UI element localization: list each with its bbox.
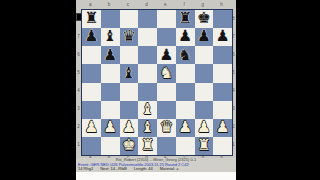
square-b4[interactable] <box>101 83 120 101</box>
square-a4[interactable] <box>82 83 101 101</box>
square-b1[interactable] <box>101 137 120 155</box>
square-e2[interactable]: ♛ <box>157 119 176 137</box>
piece-br-a8[interactable]: ♜ <box>82 10 101 28</box>
square-a6[interactable] <box>82 46 101 64</box>
piece-wp-a2[interactable]: ♟ <box>82 119 101 137</box>
square-a5[interactable] <box>82 64 101 82</box>
piece-wb-d2[interactable]: ♝ <box>138 119 157 137</box>
piece-bp-b6[interactable]: ♟ <box>101 46 120 64</box>
piece-wr-g1[interactable]: ♜ <box>195 137 214 155</box>
square-b3[interactable] <box>101 101 120 119</box>
file-labels-top: abcdefgh <box>81 2 231 7</box>
square-d1[interactable]: ♜ <box>138 137 157 155</box>
square-d3[interactable]: ♝ <box>138 101 157 119</box>
square-c5[interactable]: ♝ <box>120 64 139 82</box>
piece-wq-e2[interactable]: ♛ <box>157 119 176 137</box>
square-g6[interactable] <box>195 46 214 64</box>
square-e1[interactable] <box>157 137 176 155</box>
square-c1[interactable]: ♚ <box>120 137 139 155</box>
square-h1[interactable] <box>213 137 232 155</box>
square-f3[interactable] <box>176 101 195 119</box>
square-a1[interactable] <box>82 137 101 155</box>
square-g3[interactable] <box>195 101 214 119</box>
file-label-h: h <box>212 2 231 7</box>
file-label-c: c <box>119 2 138 7</box>
square-g4[interactable] <box>195 83 214 101</box>
file-label-f: f <box>175 2 194 7</box>
chess-viewer-panel: abcdefgh 7654321 87654321 ♜♜♚♟♝♛♟♟♟♟♟♞♝♞… <box>76 0 236 180</box>
square-b6[interactable]: ♟ <box>101 46 120 64</box>
file-label-e: e <box>156 2 175 7</box>
square-h5[interactable] <box>213 64 232 82</box>
square-f6[interactable]: ♞ <box>176 46 195 64</box>
chess-board[interactable]: ♜♜♚♟♝♛♟♟♟♟♟♞♝♞♝♟♟♟♝♛♟♟♟♚♜♜ <box>81 9 233 156</box>
square-d7[interactable] <box>138 28 157 46</box>
file-label-d: d <box>137 2 156 7</box>
piece-bp-g7[interactable]: ♟ <box>195 28 214 46</box>
square-a7[interactable]: ♟ <box>82 28 101 46</box>
piece-wb-d3[interactable]: ♝ <box>138 101 157 119</box>
piece-bq-c7[interactable]: ♛ <box>120 28 139 46</box>
square-f5[interactable] <box>176 64 195 82</box>
square-c2[interactable]: ♟ <box>120 119 139 137</box>
square-f2[interactable]: ♟ <box>176 119 195 137</box>
piece-wn-e5[interactable]: ♞ <box>157 64 176 82</box>
piece-wp-f2[interactable]: ♟ <box>176 119 195 137</box>
piece-bp-h7[interactable]: ♟ <box>213 28 232 46</box>
square-e6[interactable]: ♟ <box>157 46 176 64</box>
square-d5[interactable] <box>138 64 157 82</box>
square-g5[interactable] <box>195 64 214 82</box>
video-frame: abcdefgh 7654321 87654321 ♜♜♚♟♝♛♟♟♟♟♟♞♝♞… <box>0 0 320 180</box>
square-a2[interactable]: ♟ <box>82 119 101 137</box>
square-g1[interactable]: ♜ <box>195 137 214 155</box>
square-b8[interactable] <box>101 10 120 28</box>
square-h3[interactable] <box>213 101 232 119</box>
file-label-a: a <box>81 2 100 7</box>
square-c7[interactable]: ♛ <box>120 28 139 46</box>
square-d4[interactable] <box>138 83 157 101</box>
square-f1[interactable] <box>176 137 195 155</box>
square-c4[interactable] <box>120 83 139 101</box>
square-c8[interactable] <box>120 10 139 28</box>
square-h6[interactable] <box>213 46 232 64</box>
piece-wp-h2[interactable]: ♟ <box>213 119 232 137</box>
square-g7[interactable]: ♟ <box>195 28 214 46</box>
square-c6[interactable] <box>120 46 139 64</box>
piece-bb-b7[interactable]: ♝ <box>101 28 120 46</box>
file-label-b: b <box>100 2 119 7</box>
square-b2[interactable]: ♟ <box>101 119 120 137</box>
caption-area: Ris_Robert (2310) -- Meier_Georg (2325) … <box>76 158 236 172</box>
square-e4[interactable] <box>157 83 176 101</box>
square-h2[interactable]: ♟ <box>213 119 232 137</box>
square-d2[interactable]: ♝ <box>138 119 157 137</box>
square-f7[interactable]: ♟ <box>176 28 195 46</box>
piece-wk-c1[interactable]: ♚ <box>120 137 139 155</box>
square-b5[interactable] <box>101 64 120 82</box>
piece-wp-b2[interactable]: ♟ <box>101 119 120 137</box>
piece-bn-f6[interactable]: ♞ <box>176 46 195 64</box>
piece-bp-f7[interactable]: ♟ <box>176 28 195 46</box>
piece-wp-c2[interactable]: ♟ <box>120 119 139 137</box>
square-g2[interactable]: ♟ <box>195 119 214 137</box>
bottom-strip <box>76 172 236 180</box>
square-e8[interactable] <box>157 10 176 28</box>
square-e7[interactable] <box>157 28 176 46</box>
square-e3[interactable] <box>157 101 176 119</box>
square-d8[interactable] <box>138 10 157 28</box>
square-d6[interactable] <box>138 46 157 64</box>
square-g8[interactable]: ♚ <box>195 10 214 28</box>
square-b7[interactable]: ♝ <box>101 28 120 46</box>
square-e5[interactable]: ♞ <box>157 64 176 82</box>
file-label-g: g <box>194 2 213 7</box>
square-a3[interactable] <box>82 101 101 119</box>
piece-bp-e6[interactable]: ♟ <box>157 46 176 64</box>
square-h7[interactable]: ♟ <box>213 28 232 46</box>
piece-wp-g2[interactable]: ♟ <box>195 119 214 137</box>
piece-br-f8[interactable]: ♜ <box>176 10 195 28</box>
square-a8[interactable]: ♜ <box>82 10 101 28</box>
piece-wr-d1[interactable]: ♜ <box>138 137 157 155</box>
square-h4[interactable] <box>213 83 232 101</box>
piece-bb-c5[interactable]: ♝ <box>120 64 139 82</box>
square-f4[interactable] <box>176 83 195 101</box>
square-h8[interactable] <box>213 10 232 28</box>
piece-bp-a7[interactable]: ♟ <box>82 28 101 46</box>
piece-bk-g8[interactable]: ♚ <box>195 10 214 28</box>
square-f8[interactable]: ♜ <box>176 10 195 28</box>
square-c3[interactable] <box>120 101 139 119</box>
